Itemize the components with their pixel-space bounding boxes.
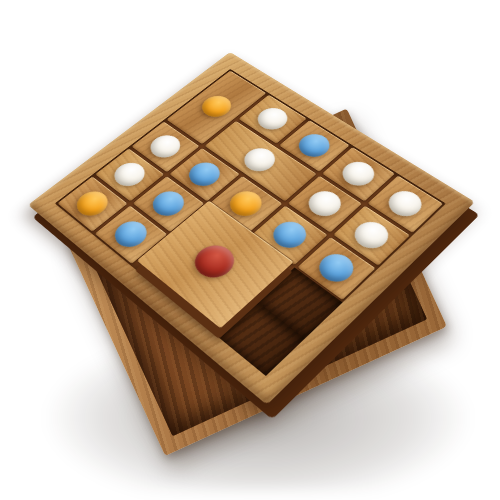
blue-dot: [183, 158, 226, 191]
blue-dot: [293, 130, 336, 162]
red-dot: [187, 239, 242, 284]
white-dot: [348, 217, 395, 254]
white-dot: [252, 104, 294, 134]
white-dot: [238, 144, 281, 176]
blue-dot: [109, 216, 154, 252]
white-dot: [302, 186, 347, 221]
product-photo-scene: [0, 0, 500, 500]
blue-dot: [146, 186, 190, 220]
orange-dot: [71, 187, 114, 221]
white-dot: [336, 157, 380, 191]
blue-dot: [312, 249, 360, 288]
white-dot: [382, 186, 428, 221]
orange-dot: [196, 92, 237, 121]
white-dot: [144, 131, 186, 162]
white-dot: [108, 158, 151, 191]
